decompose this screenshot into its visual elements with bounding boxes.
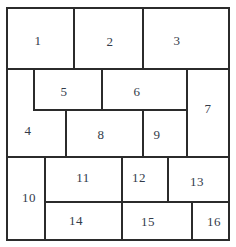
- piece-14-label: 14: [63, 213, 89, 229]
- piece-1-label: 1: [25, 33, 51, 49]
- piece-16-label: 16: [201, 214, 227, 230]
- wall-horizontal: [33, 109, 188, 111]
- piece-13-label: 13: [184, 174, 210, 190]
- piece-11-label: 11: [70, 170, 96, 186]
- wall-vertical: [65, 109, 67, 158]
- wall-horizontal: [6, 156, 230, 158]
- piece-9-label: 9: [144, 127, 170, 143]
- wall-vertical: [142, 109, 144, 158]
- wall-vertical: [186, 68, 188, 158]
- piece-3-label: 3: [164, 33, 190, 49]
- piece-15-label: 15: [135, 214, 161, 230]
- wall-horizontal: [6, 68, 230, 70]
- wall-vertical: [73, 7, 75, 70]
- piece-8-label: 8: [88, 127, 114, 143]
- wall-horizontal: [44, 201, 230, 203]
- wall-vertical: [121, 156, 123, 241]
- piece-4-region-1: [7, 69, 34, 110]
- wall-vertical: [191, 201, 193, 241]
- piece-4-label: 4: [15, 123, 41, 139]
- wall-vertical: [44, 156, 46, 241]
- wall-vertical: [142, 7, 144, 70]
- puzzle-diagram: 12345678910111213141516: [0, 0, 236, 247]
- wall-vertical: [167, 156, 169, 203]
- piece-2-label: 2: [97, 34, 123, 50]
- piece-6-label: 6: [124, 84, 150, 100]
- wall-vertical: [101, 68, 103, 111]
- wall-vertical: [33, 68, 35, 111]
- piece-10-label: 10: [16, 190, 42, 206]
- piece-5-label: 5: [51, 84, 77, 100]
- piece-12-label: 12: [126, 170, 152, 186]
- piece-7-label: 7: [195, 101, 221, 117]
